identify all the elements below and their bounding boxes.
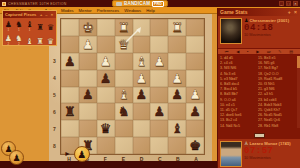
white-pawn: ♟ <box>153 55 165 68</box>
black-king: ♚ <box>189 139 201 152</box>
square-b4[interactable]: ♟ <box>168 70 186 87</box>
pawn-icon: ♟ <box>78 149 87 160</box>
captured-piece-count: 2 <box>18 43 20 46</box>
move-navigation-toolbar: ⏮◀▪▶⏭✎▤ <box>218 48 300 55</box>
square-d8[interactable] <box>133 137 151 154</box>
square-b3[interactable] <box>168 53 186 70</box>
black-pawn: ♟ <box>153 105 165 118</box>
move-nav-button[interactable]: ✎ <box>278 49 281 55</box>
square-f2[interactable] <box>97 36 115 53</box>
captured-panel-buttons[interactable]: + – × <box>40 12 54 17</box>
square-e5[interactable]: ♝ <box>115 87 133 104</box>
captured-piece-count: 1 <box>29 29 31 32</box>
white-rook: ♜ <box>118 21 130 34</box>
square-g7[interactable] <box>79 120 97 137</box>
square-c8[interactable] <box>150 137 168 154</box>
player-top-block: ♟ Chessmaster (2001) 04:18 10 Movimiento… <box>218 16 300 48</box>
black-rook: ♜ <box>64 105 76 118</box>
rank-label: 7 <box>49 121 60 138</box>
player-top-clock: 04:18 <box>244 23 298 33</box>
square-g1[interactable]: ♚ <box>79 19 97 36</box>
captured-piece-slot: ♞2 <box>14 35 23 47</box>
bandicam-pro-badge: PRO <box>152 1 164 7</box>
square-f1[interactable] <box>97 19 115 36</box>
square-b2[interactable] <box>168 36 186 53</box>
captured-panel-title: Captured Pieces <box>5 12 36 17</box>
square-a3[interactable] <box>186 53 204 70</box>
move-list[interactable]: 1. d4 d52. c4 c63. Nf3 Nf64. Nc3 e65. e3… <box>218 55 300 132</box>
player-bottom-block: ♙ Lazaro Munoz (1745) 07:57 10 Movimient… <box>218 139 300 168</box>
expand-arrow-icon[interactable]: ► <box>64 150 71 157</box>
player-bottom-subtext: 10 Movimientos <box>244 156 298 160</box>
white-pawn: ♟ <box>100 55 112 68</box>
square-h3[interactable]: ♟ <box>61 53 79 70</box>
square-e7[interactable] <box>115 120 133 137</box>
square-d7[interactable] <box>133 120 151 137</box>
square-b6[interactable] <box>168 103 186 120</box>
square-c3[interactable]: ♟ <box>150 53 168 70</box>
captured-piece-slot: ♝1 <box>25 21 34 33</box>
black-pawn: ♟ <box>136 88 148 101</box>
square-a4[interactable] <box>186 70 204 87</box>
square-c5[interactable] <box>150 87 168 104</box>
white-pawn: ♟ <box>136 72 148 85</box>
square-b1[interactable]: ♜ <box>168 19 186 36</box>
black-pawn: ♟ <box>100 72 112 85</box>
captured-piece-count: 1 <box>7 29 9 32</box>
captured-piece-slot: ♛ <box>46 24 55 33</box>
player-bottom-info: ♙ Lazaro Munoz (1745) 07:57 10 Movimient… <box>242 141 298 166</box>
move-nav-button[interactable]: ⏮ <box>225 49 229 55</box>
white-queen: ♛ <box>118 38 130 51</box>
window-button[interactable]: ✕ <box>293 1 298 6</box>
chess-board[interactable]: ♚♜♜♟♛♟♟♝♟♟♟♟♟♝♟♟♟♜♞♟♟♛♝♜♚ <box>60 18 205 155</box>
square-d2[interactable] <box>133 36 151 53</box>
bandicam-watermark: BANDICAM PRO <box>112 0 168 7</box>
square-h7[interactable] <box>61 120 79 137</box>
app-icon <box>2 2 6 6</box>
white-pawn: ♟ <box>189 88 201 101</box>
square-e6[interactable]: ♞ <box>115 103 133 120</box>
square-g5[interactable]: ♟ <box>79 87 97 104</box>
square-e8[interactable] <box>115 137 133 154</box>
square-h6[interactable]: ♜ <box>61 103 79 120</box>
rank-label: 6 <box>49 104 60 121</box>
square-d3[interactable]: ♝ <box>133 53 151 70</box>
scrollbar-thumb[interactable] <box>297 56 300 68</box>
white-king: ♚ <box>82 21 94 34</box>
captured-piece-slot: ♟2 <box>4 35 13 47</box>
square-f6[interactable] <box>97 103 115 120</box>
white-pawn: ♟ <box>171 72 183 85</box>
square-g4[interactable] <box>79 70 97 87</box>
square-f3[interactable]: ♟ <box>97 53 115 70</box>
menu-item-mentor[interactable]: Mentor <box>79 8 92 13</box>
black-pawn: ♟ <box>171 88 183 101</box>
captured-piece-count: 2 <box>7 43 9 46</box>
square-c4[interactable] <box>150 70 168 87</box>
captured-piece-slot: ♞1 <box>14 21 23 33</box>
captured-piece-slot: ♛ <box>46 38 55 47</box>
square-g2[interactable]: ♟ <box>79 36 97 53</box>
square-h5[interactable] <box>61 87 79 104</box>
game-stats-title: Game Stats <box>220 9 248 15</box>
black-pawn: ♟ <box>64 55 76 68</box>
captured-piece-icon: ♛ <box>47 24 54 32</box>
chessmaster-avatar <box>220 18 242 44</box>
rank-label: 8 <box>49 138 60 155</box>
square-c1[interactable] <box>150 19 168 36</box>
captured-panel-titlebar[interactable]: Captured Pieces + – × <box>3 11 56 18</box>
rank-label: 3 <box>49 52 60 69</box>
square-d1[interactable] <box>133 19 151 36</box>
menu-item-windows[interactable]: Windows <box>124 8 141 13</box>
move-list-column-2: 15. Be3 e516. Nf5 g617. Ne3 Bg718. Qe2 O… <box>258 56 296 131</box>
square-f4[interactable]: ♟ <box>97 70 115 87</box>
move-nav-button[interactable]: ⏭ <box>267 49 271 55</box>
square-a7[interactable] <box>186 120 204 137</box>
captured-piece-slot: ♜ <box>36 24 45 33</box>
black-pawn: ♟ <box>189 105 201 118</box>
move-row[interactable]: 14. Nd4 Nc5 <box>220 124 258 129</box>
white-pawn: ♟ <box>82 38 94 51</box>
menu-item-preferences[interactable]: Preferences <box>97 8 120 13</box>
square-b5[interactable]: ♟ <box>168 87 186 104</box>
white-rook: ♜ <box>171 21 183 34</box>
bandicam-logo-icon <box>116 2 122 6</box>
white-bishop: ♝ <box>136 55 148 68</box>
captured-piece-slot: ♜ <box>36 38 45 47</box>
rank-label: 4 <box>49 69 60 86</box>
white-bishop: ♝ <box>118 88 130 101</box>
black-queen: ♛ <box>100 122 112 135</box>
menu-item-modes[interactable]: Modes <box>61 8 74 13</box>
game-stats-buttons[interactable]: + × <box>288 9 298 15</box>
captured-piece-slot: ♟1 <box>4 21 13 33</box>
square-h2[interactable] <box>61 36 79 53</box>
square-e2[interactable]: ♛ <box>115 36 133 53</box>
captured-piece-icon: ♜ <box>36 38 43 46</box>
rank-label: 5 <box>49 87 60 104</box>
square-f5[interactable] <box>97 87 115 104</box>
square-e4[interactable] <box>115 70 133 87</box>
square-c7[interactable] <box>150 120 168 137</box>
square-e3[interactable] <box>115 53 133 70</box>
square-g6[interactable] <box>79 103 97 120</box>
window-controls: _□✕ <box>279 1 298 6</box>
side-tab-button-2[interactable]: ♟ <box>9 150 24 165</box>
bandicam-brand: BANDICAM <box>124 1 150 6</box>
move-list-footer-button[interactable] <box>254 133 265 138</box>
player-bottom-clock: 07:57 <box>244 146 298 156</box>
app-title: CHESSMASTER 10TH EDITION <box>8 2 67 6</box>
player-top-subtext: 10 Movimientos <box>244 33 298 37</box>
move-row[interactable]: 28. Rb1 Rb8 <box>258 124 296 129</box>
square-g3[interactable] <box>79 53 97 70</box>
captured-piece-icon: ♜ <box>36 24 43 32</box>
square-d5[interactable]: ♟ <box>133 87 151 104</box>
black-bishop: ♝ <box>171 122 183 135</box>
title-bar: CHESSMASTER 10TH EDITION BANDICAM PRO _□… <box>0 0 300 7</box>
captured-piece-icon: ♝ <box>26 38 33 46</box>
move-list-scrollbar[interactable] <box>297 56 300 128</box>
square-d4[interactable]: ♟ <box>133 70 151 87</box>
captured-black-row: ♟1♞1♝1♜♛ <box>3 19 56 32</box>
square-f8[interactable] <box>97 137 115 154</box>
move-nav-button[interactable]: ▤ <box>289 49 293 55</box>
game-stats-titlebar[interactable]: Game Stats + × <box>218 8 300 16</box>
move-nav-button[interactable]: ◀ <box>236 49 239 55</box>
square-f7[interactable]: ♛ <box>97 120 115 137</box>
square-h4[interactable] <box>61 70 79 87</box>
square-a6[interactable]: ♟ <box>186 103 204 120</box>
menu-item-help[interactable]: Help <box>146 8 155 13</box>
square-c2[interactable] <box>150 36 168 53</box>
square-b7[interactable]: ♝ <box>168 120 186 137</box>
square-a1[interactable] <box>186 19 204 36</box>
player-top-info: ♟ Chessmaster (2001) 04:18 10 Movimiento… <box>242 18 298 46</box>
black-pawn: ♟ <box>82 88 94 101</box>
game-stats-panel: Game Stats + × ♟ Chessmaster (2001) 04:1… <box>217 8 300 168</box>
pawn-icon: ♟ <box>12 153 20 163</box>
square-c6[interactable]: ♟ <box>150 103 168 120</box>
move-list-footer <box>218 132 300 139</box>
gold-pawn-button[interactable]: ♟ <box>74 146 90 162</box>
captured-pieces-panel: Captured Pieces + – × ♟1♞1♝1♜♛ ♟2♞2♝♜♛ <box>2 10 57 46</box>
square-a5[interactable]: ♟ <box>186 87 204 104</box>
square-b8[interactable] <box>168 137 186 154</box>
move-list-column-1: 1. d4 d52. c4 c63. Nf3 Nf64. Nc3 e65. e3… <box>220 56 258 131</box>
window-button[interactable]: □ <box>286 1 291 6</box>
window-button[interactable]: _ <box>279 1 284 6</box>
captured-piece-slot: ♝ <box>25 38 34 47</box>
captured-white-row: ♟2♞2♝♜♛ <box>3 33 56 46</box>
square-a2[interactable] <box>186 36 204 53</box>
captured-piece-icon: ♛ <box>47 38 54 46</box>
square-h1[interactable] <box>61 19 79 36</box>
captured-piece-count: 1 <box>18 29 20 32</box>
square-a8[interactable]: ♚ <box>186 137 204 154</box>
square-e1[interactable]: ♜ <box>115 19 133 36</box>
human-avatar <box>220 141 242 167</box>
square-d6[interactable] <box>133 103 151 120</box>
move-nav-button[interactable]: ▶ <box>256 49 259 55</box>
black-knight: ♞ <box>118 105 130 118</box>
bottom-bar <box>0 161 218 168</box>
chessmaster-window: CHESSMASTER 10TH EDITION BANDICAM PRO _□… <box>0 0 300 168</box>
move-nav-button[interactable]: ▪ <box>247 49 248 55</box>
